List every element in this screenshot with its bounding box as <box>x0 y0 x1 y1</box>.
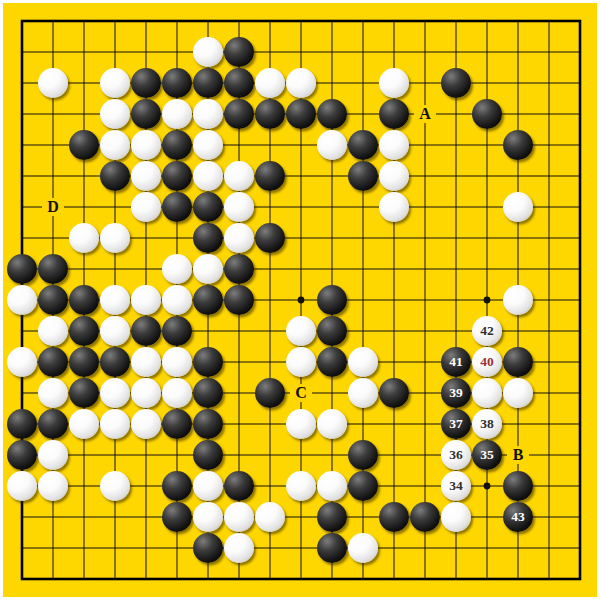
board-intersection[interactable] <box>38 564 69 595</box>
board-intersection[interactable] <box>224 99 255 130</box>
board-intersection[interactable] <box>441 6 472 37</box>
board-intersection[interactable] <box>69 409 100 440</box>
board-intersection[interactable] <box>100 130 131 161</box>
board-intersection[interactable] <box>441 161 472 192</box>
board-intersection[interactable] <box>379 161 410 192</box>
board-intersection[interactable] <box>162 533 193 564</box>
board-intersection[interactable] <box>348 99 379 130</box>
board-intersection[interactable] <box>317 254 348 285</box>
board-intersection[interactable] <box>131 502 162 533</box>
board-intersection[interactable]: 37 <box>441 409 472 440</box>
board-intersection[interactable] <box>565 6 596 37</box>
board-intersection[interactable] <box>534 161 565 192</box>
board-intersection[interactable] <box>472 564 503 595</box>
board-intersection[interactable] <box>317 471 348 502</box>
board-intersection[interactable] <box>224 6 255 37</box>
board-intersection[interactable] <box>441 99 472 130</box>
board-intersection[interactable] <box>286 130 317 161</box>
board-intersection[interactable] <box>224 223 255 254</box>
board-intersection[interactable] <box>472 502 503 533</box>
board-intersection[interactable] <box>224 37 255 68</box>
board-intersection[interactable] <box>286 6 317 37</box>
board-intersection[interactable] <box>69 502 100 533</box>
board-intersection[interactable]: D <box>38 192 69 223</box>
board-intersection[interactable] <box>38 347 69 378</box>
board-intersection[interactable] <box>441 502 472 533</box>
board-intersection[interactable] <box>69 99 100 130</box>
board-intersection[interactable] <box>38 130 69 161</box>
board-intersection[interactable] <box>69 68 100 99</box>
board-intersection[interactable] <box>131 223 162 254</box>
board-intersection[interactable] <box>162 192 193 223</box>
board-intersection[interactable] <box>317 502 348 533</box>
board-intersection[interactable] <box>286 347 317 378</box>
board-intersection[interactable] <box>255 285 286 316</box>
board-intersection[interactable] <box>565 347 596 378</box>
board-intersection[interactable] <box>410 378 441 409</box>
board-intersection[interactable] <box>69 130 100 161</box>
board-intersection[interactable] <box>565 192 596 223</box>
board-intersection[interactable] <box>131 378 162 409</box>
board-intersection[interactable] <box>162 99 193 130</box>
board-intersection[interactable] <box>193 440 224 471</box>
board-intersection[interactable] <box>472 161 503 192</box>
board-intersection[interactable] <box>100 347 131 378</box>
board-intersection[interactable] <box>193 285 224 316</box>
board-intersection[interactable]: B <box>503 440 534 471</box>
board-intersection[interactable] <box>286 254 317 285</box>
board-intersection[interactable] <box>410 192 441 223</box>
board-intersection[interactable] <box>441 68 472 99</box>
board-intersection[interactable] <box>69 378 100 409</box>
board-intersection[interactable] <box>317 316 348 347</box>
board-intersection[interactable] <box>503 316 534 347</box>
board-intersection[interactable] <box>410 533 441 564</box>
board-intersection[interactable] <box>348 37 379 68</box>
board-intersection[interactable] <box>441 37 472 68</box>
board-intersection[interactable] <box>379 223 410 254</box>
board-intersection[interactable] <box>317 533 348 564</box>
board-intersection[interactable] <box>503 192 534 223</box>
board-intersection[interactable] <box>534 130 565 161</box>
board-intersection[interactable] <box>317 161 348 192</box>
board-intersection[interactable] <box>131 440 162 471</box>
board-intersection[interactable] <box>131 130 162 161</box>
board-intersection[interactable] <box>410 316 441 347</box>
board-intersection[interactable] <box>193 533 224 564</box>
board-intersection[interactable] <box>379 68 410 99</box>
board-intersection[interactable] <box>131 6 162 37</box>
board-intersection[interactable] <box>224 161 255 192</box>
board-intersection[interactable] <box>286 37 317 68</box>
board-intersection[interactable] <box>162 471 193 502</box>
board-intersection[interactable] <box>348 316 379 347</box>
board-intersection[interactable] <box>131 285 162 316</box>
board-intersection[interactable] <box>348 192 379 223</box>
board-intersection[interactable] <box>255 37 286 68</box>
board-intersection[interactable] <box>534 316 565 347</box>
board-intersection[interactable] <box>410 440 441 471</box>
board-intersection[interactable]: 39 <box>441 378 472 409</box>
board-intersection[interactable] <box>224 68 255 99</box>
board-intersection[interactable] <box>379 564 410 595</box>
board-intersection[interactable] <box>317 130 348 161</box>
board-intersection[interactable] <box>100 6 131 37</box>
board-intersection[interactable] <box>348 533 379 564</box>
board-intersection[interactable] <box>38 316 69 347</box>
board-intersection[interactable] <box>534 99 565 130</box>
board-intersection[interactable]: C <box>286 378 317 409</box>
board-intersection[interactable] <box>7 130 38 161</box>
board-intersection[interactable] <box>441 316 472 347</box>
board-intersection[interactable] <box>38 99 69 130</box>
board-intersection[interactable] <box>379 37 410 68</box>
board-intersection[interactable] <box>472 37 503 68</box>
board-intersection[interactable] <box>7 347 38 378</box>
board-intersection[interactable] <box>224 564 255 595</box>
board-intersection[interactable] <box>565 409 596 440</box>
board-intersection[interactable] <box>38 440 69 471</box>
board-intersection[interactable] <box>193 130 224 161</box>
board-intersection[interactable] <box>193 471 224 502</box>
board-intersection[interactable] <box>162 37 193 68</box>
board-intersection[interactable] <box>7 37 38 68</box>
board-intersection[interactable] <box>224 471 255 502</box>
board-intersection[interactable] <box>193 192 224 223</box>
board-intersection[interactable] <box>379 471 410 502</box>
board-intersection[interactable] <box>379 285 410 316</box>
board-intersection[interactable] <box>38 6 69 37</box>
board-intersection[interactable] <box>503 37 534 68</box>
board-intersection[interactable] <box>162 409 193 440</box>
board-intersection[interactable] <box>317 440 348 471</box>
board-intersection[interactable] <box>379 409 410 440</box>
board-intersection[interactable] <box>379 502 410 533</box>
board-intersection[interactable] <box>503 347 534 378</box>
board-intersection[interactable] <box>193 347 224 378</box>
board-intersection[interactable] <box>69 6 100 37</box>
board-intersection[interactable] <box>38 254 69 285</box>
board-intersection[interactable] <box>255 316 286 347</box>
board-intersection[interactable] <box>472 254 503 285</box>
board-intersection[interactable] <box>379 347 410 378</box>
board-intersection[interactable] <box>472 471 503 502</box>
board-intersection[interactable] <box>162 223 193 254</box>
board-intersection[interactable] <box>193 502 224 533</box>
board-intersection[interactable] <box>255 378 286 409</box>
board-intersection[interactable] <box>472 99 503 130</box>
board-intersection[interactable] <box>38 533 69 564</box>
board-intersection[interactable] <box>565 223 596 254</box>
board-intersection[interactable] <box>69 440 100 471</box>
board-intersection[interactable] <box>100 161 131 192</box>
board-intersection[interactable] <box>565 316 596 347</box>
board-intersection[interactable] <box>38 471 69 502</box>
board-intersection[interactable] <box>472 378 503 409</box>
board-intersection[interactable] <box>534 347 565 378</box>
board-intersection[interactable] <box>100 285 131 316</box>
board-intersection[interactable] <box>193 316 224 347</box>
board-intersection[interactable] <box>7 533 38 564</box>
board-intersection[interactable] <box>162 285 193 316</box>
board-intersection[interactable] <box>69 316 100 347</box>
board-intersection[interactable] <box>162 68 193 99</box>
board-intersection[interactable] <box>224 285 255 316</box>
board-intersection[interactable] <box>162 161 193 192</box>
board-intersection[interactable] <box>286 192 317 223</box>
board-intersection[interactable] <box>286 161 317 192</box>
board-intersection[interactable] <box>472 223 503 254</box>
board-intersection[interactable] <box>224 502 255 533</box>
board-intersection[interactable] <box>565 440 596 471</box>
board-intersection[interactable] <box>565 37 596 68</box>
board-intersection[interactable] <box>255 471 286 502</box>
board-intersection[interactable] <box>38 502 69 533</box>
board-intersection[interactable] <box>503 533 534 564</box>
board-intersection[interactable] <box>69 533 100 564</box>
board-intersection[interactable] <box>7 285 38 316</box>
board-intersection[interactable] <box>38 37 69 68</box>
board-intersection[interactable] <box>7 254 38 285</box>
board-intersection[interactable] <box>131 347 162 378</box>
board-intersection[interactable] <box>286 502 317 533</box>
board-intersection[interactable] <box>410 285 441 316</box>
board-intersection[interactable] <box>286 285 317 316</box>
board-intersection[interactable] <box>38 285 69 316</box>
board-intersection[interactable] <box>100 533 131 564</box>
board-intersection[interactable]: 42 <box>472 316 503 347</box>
board-intersection[interactable] <box>7 378 38 409</box>
board-intersection[interactable] <box>379 192 410 223</box>
board-intersection[interactable] <box>317 223 348 254</box>
board-intersection[interactable]: 40 <box>472 347 503 378</box>
board-intersection[interactable] <box>348 68 379 99</box>
board-intersection[interactable] <box>503 471 534 502</box>
board-intersection[interactable] <box>348 409 379 440</box>
board-intersection[interactable] <box>565 502 596 533</box>
board-intersection[interactable] <box>255 161 286 192</box>
board-intersection[interactable] <box>286 223 317 254</box>
board-intersection[interactable] <box>503 564 534 595</box>
board-intersection[interactable] <box>534 564 565 595</box>
board-intersection[interactable] <box>317 192 348 223</box>
board-intersection[interactable] <box>317 409 348 440</box>
board-intersection[interactable] <box>131 37 162 68</box>
board-intersection[interactable] <box>317 347 348 378</box>
board-intersection[interactable] <box>286 68 317 99</box>
board-intersection[interactable] <box>162 440 193 471</box>
board-intersection[interactable] <box>7 6 38 37</box>
board-intersection[interactable] <box>472 6 503 37</box>
board-intersection[interactable] <box>7 192 38 223</box>
board-intersection[interactable] <box>69 192 100 223</box>
board-intersection[interactable] <box>565 564 596 595</box>
board-intersection[interactable] <box>193 254 224 285</box>
board-intersection[interactable] <box>565 130 596 161</box>
board-intersection[interactable] <box>7 161 38 192</box>
board-intersection[interactable] <box>193 223 224 254</box>
board-intersection[interactable] <box>7 409 38 440</box>
board-intersection[interactable] <box>255 440 286 471</box>
board-intersection[interactable] <box>100 316 131 347</box>
board-intersection[interactable] <box>565 68 596 99</box>
board-intersection[interactable] <box>410 68 441 99</box>
board-intersection[interactable]: 35 <box>472 440 503 471</box>
board-intersection[interactable] <box>503 6 534 37</box>
board-intersection[interactable] <box>286 533 317 564</box>
board-intersection[interactable] <box>565 471 596 502</box>
board-intersection[interactable] <box>255 254 286 285</box>
board-intersection[interactable] <box>348 378 379 409</box>
board-intersection[interactable] <box>69 285 100 316</box>
board-intersection[interactable] <box>69 254 100 285</box>
board-intersection[interactable] <box>224 130 255 161</box>
board-intersection[interactable] <box>534 409 565 440</box>
board-intersection[interactable] <box>348 564 379 595</box>
board-intersection[interactable] <box>162 564 193 595</box>
board-intersection[interactable] <box>441 192 472 223</box>
board-intersection[interactable] <box>503 409 534 440</box>
board-intersection[interactable] <box>286 471 317 502</box>
board-intersection[interactable] <box>255 502 286 533</box>
board-intersection[interactable] <box>100 192 131 223</box>
board-intersection[interactable] <box>255 409 286 440</box>
board-intersection[interactable] <box>503 254 534 285</box>
board-intersection[interactable] <box>7 502 38 533</box>
board-intersection[interactable] <box>193 409 224 440</box>
board-intersection[interactable] <box>286 409 317 440</box>
board-intersection[interactable] <box>131 564 162 595</box>
board-intersection[interactable] <box>224 316 255 347</box>
board-intersection[interactable] <box>503 99 534 130</box>
board-intersection[interactable] <box>38 68 69 99</box>
board-intersection[interactable] <box>503 285 534 316</box>
board-intersection[interactable] <box>38 223 69 254</box>
board-intersection[interactable] <box>255 130 286 161</box>
board-intersection[interactable] <box>162 502 193 533</box>
board-intersection[interactable] <box>38 409 69 440</box>
board-intersection[interactable] <box>69 37 100 68</box>
board-intersection[interactable] <box>317 99 348 130</box>
board-intersection[interactable] <box>224 254 255 285</box>
board-intersection[interactable] <box>69 161 100 192</box>
board-intersection[interactable] <box>441 285 472 316</box>
board-intersection[interactable] <box>317 68 348 99</box>
board-intersection[interactable] <box>565 533 596 564</box>
board-intersection[interactable] <box>193 99 224 130</box>
board-intersection[interactable] <box>286 440 317 471</box>
board-intersection[interactable] <box>410 409 441 440</box>
board-intersection[interactable]: 38 <box>472 409 503 440</box>
board-intersection[interactable] <box>131 99 162 130</box>
board-intersection[interactable] <box>131 161 162 192</box>
board-intersection[interactable] <box>162 378 193 409</box>
board-intersection[interactable] <box>100 254 131 285</box>
board-intersection[interactable] <box>255 6 286 37</box>
board-intersection[interactable] <box>38 378 69 409</box>
board-intersection[interactable] <box>7 564 38 595</box>
board-intersection[interactable] <box>503 130 534 161</box>
board-intersection[interactable] <box>565 161 596 192</box>
board-intersection[interactable] <box>162 130 193 161</box>
board-intersection[interactable] <box>224 192 255 223</box>
board-intersection[interactable] <box>441 130 472 161</box>
board-intersection[interactable] <box>534 502 565 533</box>
board-intersection[interactable] <box>441 564 472 595</box>
board-intersection[interactable] <box>193 37 224 68</box>
board-intersection[interactable] <box>348 285 379 316</box>
board-intersection[interactable] <box>534 378 565 409</box>
board-intersection[interactable] <box>503 378 534 409</box>
board-intersection[interactable] <box>193 378 224 409</box>
board-intersection[interactable] <box>131 533 162 564</box>
board-intersection[interactable] <box>534 471 565 502</box>
board-intersection[interactable] <box>379 99 410 130</box>
board-intersection[interactable] <box>379 316 410 347</box>
board-intersection[interactable] <box>131 68 162 99</box>
board-intersection[interactable] <box>162 6 193 37</box>
board-intersection[interactable] <box>131 192 162 223</box>
board-intersection[interactable] <box>410 223 441 254</box>
board-intersection[interactable] <box>565 254 596 285</box>
board-intersection[interactable] <box>69 471 100 502</box>
board-intersection[interactable] <box>534 192 565 223</box>
board-intersection[interactable] <box>100 409 131 440</box>
board-intersection[interactable] <box>224 378 255 409</box>
board-intersection[interactable] <box>100 37 131 68</box>
board-intersection[interactable] <box>255 564 286 595</box>
board-intersection[interactable] <box>410 254 441 285</box>
board-intersection[interactable] <box>472 533 503 564</box>
board-intersection[interactable] <box>255 223 286 254</box>
board-intersection[interactable] <box>348 223 379 254</box>
board-intersection[interactable] <box>7 68 38 99</box>
board-intersection[interactable] <box>131 254 162 285</box>
board-intersection[interactable] <box>255 99 286 130</box>
board-intersection[interactable] <box>565 378 596 409</box>
board-intersection[interactable] <box>69 347 100 378</box>
board-intersection[interactable] <box>565 99 596 130</box>
board-intersection[interactable] <box>534 440 565 471</box>
board-intersection[interactable] <box>348 471 379 502</box>
board-intersection[interactable] <box>131 409 162 440</box>
board-intersection[interactable] <box>317 285 348 316</box>
board-intersection[interactable] <box>162 254 193 285</box>
board-intersection[interactable] <box>348 440 379 471</box>
board-intersection[interactable] <box>193 6 224 37</box>
board-intersection[interactable] <box>441 254 472 285</box>
board-intersection[interactable] <box>379 378 410 409</box>
board-intersection[interactable] <box>193 68 224 99</box>
board-intersection[interactable] <box>348 254 379 285</box>
board-intersection[interactable] <box>348 130 379 161</box>
board-intersection[interactable] <box>38 161 69 192</box>
board-intersection[interactable] <box>565 285 596 316</box>
board-intersection[interactable] <box>534 223 565 254</box>
board-intersection[interactable] <box>224 440 255 471</box>
board-intersection[interactable] <box>410 471 441 502</box>
board-intersection[interactable] <box>100 502 131 533</box>
board-intersection[interactable] <box>162 347 193 378</box>
board-intersection[interactable] <box>224 347 255 378</box>
board-intersection[interactable] <box>379 440 410 471</box>
board-intersection[interactable] <box>100 223 131 254</box>
board-intersection[interactable] <box>472 192 503 223</box>
board-intersection[interactable] <box>224 533 255 564</box>
board-intersection[interactable] <box>7 99 38 130</box>
board-intersection[interactable]: 43 <box>503 502 534 533</box>
board-intersection[interactable] <box>472 285 503 316</box>
